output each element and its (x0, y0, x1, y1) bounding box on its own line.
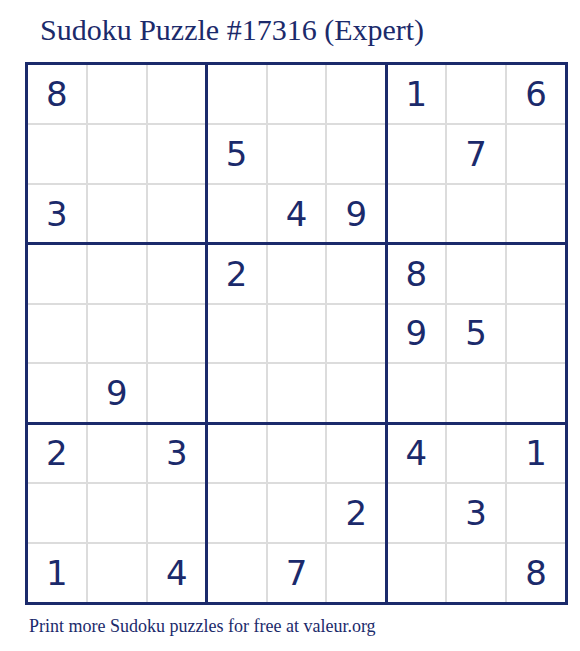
cell-r3c2[interactable] (88, 185, 146, 243)
cell-r9c5[interactable]: 7 (268, 544, 326, 602)
cell-r3c5[interactable]: 4 (268, 185, 326, 243)
cell-r7c1[interactable]: 2 (28, 424, 86, 482)
cell-r6c6[interactable] (327, 364, 385, 422)
cell-r6c5[interactable] (268, 364, 326, 422)
cell-r4c2[interactable] (88, 245, 146, 303)
cell-r7c6[interactable] (327, 424, 385, 482)
cell-r9c8[interactable] (447, 544, 505, 602)
cell-r5c5[interactable] (268, 305, 326, 363)
cell-r5c7[interactable]: 9 (387, 305, 445, 363)
cell-r2c3[interactable] (148, 125, 206, 183)
cell-r9c6[interactable] (327, 544, 385, 602)
cell-r1c1[interactable]: 8 (28, 65, 86, 123)
cell-r8c7[interactable] (387, 484, 445, 542)
cell-r6c8[interactable] (447, 364, 505, 422)
cell-r5c1[interactable] (28, 305, 86, 363)
cell-r3c3[interactable] (148, 185, 206, 243)
cell-r1c2[interactable] (88, 65, 146, 123)
cell-r8c3[interactable] (148, 484, 206, 542)
cell-r5c3[interactable] (148, 305, 206, 363)
cell-r4c8[interactable] (447, 245, 505, 303)
cell-r2c4[interactable]: 5 (208, 125, 266, 183)
cell-r7c7[interactable]: 4 (387, 424, 445, 482)
cell-r7c8[interactable] (447, 424, 505, 482)
cell-r4c6[interactable] (327, 245, 385, 303)
cell-r2c1[interactable] (28, 125, 86, 183)
cell-r8c1[interactable] (28, 484, 86, 542)
cell-r6c1[interactable] (28, 364, 86, 422)
cell-r8c6[interactable]: 2 (327, 484, 385, 542)
cell-r1c4[interactable] (208, 65, 266, 123)
cell-r1c7[interactable]: 1 (387, 65, 445, 123)
cell-r1c9[interactable]: 6 (507, 65, 565, 123)
cell-r7c9[interactable]: 1 (507, 424, 565, 482)
cell-r4c7[interactable]: 8 (387, 245, 445, 303)
cell-r7c3[interactable]: 3 (148, 424, 206, 482)
cell-r1c5[interactable] (268, 65, 326, 123)
footer-text: Print more Sudoku puzzles for free at va… (29, 616, 376, 637)
cell-r3c6[interactable]: 9 (327, 185, 385, 243)
cell-r4c3[interactable] (148, 245, 206, 303)
cell-r1c8[interactable] (447, 65, 505, 123)
page-title: Sudoku Puzzle #17316 (Expert) (40, 13, 424, 47)
cell-r3c8[interactable] (447, 185, 505, 243)
cell-r6c7[interactable] (387, 364, 445, 422)
cell-r8c8[interactable]: 3 (447, 484, 505, 542)
sudoku-page: Sudoku Puzzle #17316 (Expert) 8165734928… (0, 0, 580, 651)
cell-r6c3[interactable] (148, 364, 206, 422)
cell-r9c7[interactable] (387, 544, 445, 602)
cell-r7c2[interactable] (88, 424, 146, 482)
cell-r6c2[interactable]: 9 (88, 364, 146, 422)
cell-r3c4[interactable] (208, 185, 266, 243)
cell-r5c2[interactable] (88, 305, 146, 363)
cell-r9c4[interactable] (208, 544, 266, 602)
cell-r2c5[interactable] (268, 125, 326, 183)
cell-r7c5[interactable] (268, 424, 326, 482)
cell-r2c6[interactable] (327, 125, 385, 183)
cell-r2c7[interactable] (387, 125, 445, 183)
cell-r5c4[interactable] (208, 305, 266, 363)
cell-r8c9[interactable] (507, 484, 565, 542)
cell-r6c4[interactable] (208, 364, 266, 422)
cell-r3c9[interactable] (507, 185, 565, 243)
cell-r5c9[interactable] (507, 305, 565, 363)
cell-r9c9[interactable]: 8 (507, 544, 565, 602)
sudoku-board: 81657349289592341231478 (25, 62, 568, 605)
cell-r7c4[interactable] (208, 424, 266, 482)
cell-r9c1[interactable]: 1 (28, 544, 86, 602)
cell-r2c9[interactable] (507, 125, 565, 183)
cell-r2c8[interactable]: 7 (447, 125, 505, 183)
cell-r3c1[interactable]: 3 (28, 185, 86, 243)
cell-r3c7[interactable] (387, 185, 445, 243)
cell-r8c4[interactable] (208, 484, 266, 542)
cell-r2c2[interactable] (88, 125, 146, 183)
cell-r8c5[interactable] (268, 484, 326, 542)
cell-r5c8[interactable]: 5 (447, 305, 505, 363)
cell-r4c4[interactable]: 2 (208, 245, 266, 303)
cell-r4c1[interactable] (28, 245, 86, 303)
cell-r6c9[interactable] (507, 364, 565, 422)
cell-r9c2[interactable] (88, 544, 146, 602)
cell-r1c3[interactable] (148, 65, 206, 123)
cell-r5c6[interactable] (327, 305, 385, 363)
cell-r4c5[interactable] (268, 245, 326, 303)
cell-r4c9[interactable] (507, 245, 565, 303)
cell-r1c6[interactable] (327, 65, 385, 123)
cell-r8c2[interactable] (88, 484, 146, 542)
cell-r9c3[interactable]: 4 (148, 544, 206, 602)
